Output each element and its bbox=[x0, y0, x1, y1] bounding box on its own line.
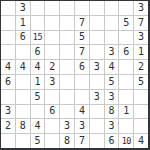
cell-r7c2-empty[interactable] bbox=[16, 90, 30, 104]
cell-r6c10-given: 5 bbox=[134, 75, 148, 89]
cell-r7c5-empty[interactable] bbox=[60, 90, 74, 104]
cell-r2c4-empty[interactable] bbox=[45, 16, 59, 30]
cell-r8c3-empty[interactable] bbox=[31, 105, 45, 119]
cell-r2c9-given: 5 bbox=[119, 16, 133, 30]
cell-r5c8-given: 4 bbox=[105, 60, 119, 74]
cell-r6c9-empty[interactable] bbox=[119, 75, 133, 89]
cell-r3c4-empty[interactable] bbox=[45, 31, 59, 45]
cell-r3c10-given: 3 bbox=[134, 31, 148, 45]
cell-r5c10-given: 2 bbox=[134, 60, 148, 74]
cell-r1c5-empty[interactable] bbox=[60, 1, 74, 15]
cell-r5c5-empty[interactable] bbox=[60, 60, 74, 74]
cell-r3c1-empty[interactable] bbox=[1, 31, 15, 45]
cell-r10c1-empty[interactable] bbox=[1, 134, 15, 148]
cell-r5c1-given: 4 bbox=[1, 60, 15, 74]
cell-r4c5-empty[interactable] bbox=[60, 45, 74, 59]
cell-r2c10-given: 7 bbox=[134, 16, 148, 30]
cell-r5c9-empty[interactable] bbox=[119, 60, 133, 74]
cell-r3c7-empty[interactable] bbox=[90, 31, 104, 45]
cell-r2c8-empty[interactable] bbox=[105, 16, 119, 30]
cell-r3c2-given: 6 bbox=[16, 31, 30, 45]
cell-r10c6-given: 7 bbox=[75, 134, 89, 148]
cell-r7c7-given: 3 bbox=[90, 90, 104, 104]
cell-r9c7-empty[interactable] bbox=[90, 119, 104, 133]
cell-r4c1-empty[interactable] bbox=[1, 45, 15, 59]
cell-r9c9-empty[interactable] bbox=[119, 119, 133, 133]
cell-r8c10-empty[interactable] bbox=[134, 105, 148, 119]
cell-r6c1-given: 6 bbox=[1, 75, 15, 89]
cell-r2c5-empty[interactable] bbox=[60, 16, 74, 30]
cell-r6c2-empty[interactable] bbox=[16, 75, 30, 89]
cell-r7c4-empty[interactable] bbox=[45, 90, 59, 104]
cell-r8c5-empty[interactable] bbox=[60, 105, 74, 119]
cell-r9c2-given: 8 bbox=[16, 119, 30, 133]
cell-r4c6-given: 7 bbox=[75, 45, 89, 59]
cell-r4c3-given: 6 bbox=[31, 45, 45, 59]
cell-r8c7-empty[interactable] bbox=[90, 105, 104, 119]
cell-r10c2-empty[interactable] bbox=[16, 134, 30, 148]
cell-r5c4-given: 2 bbox=[45, 60, 59, 74]
cell-r2c2-given: 1 bbox=[16, 16, 30, 30]
cell-r8c2-empty[interactable] bbox=[16, 105, 30, 119]
cell-r10c10-given: 4 bbox=[134, 134, 148, 148]
cell-r4c7-empty[interactable] bbox=[90, 45, 104, 59]
cell-r4c10-given: 1 bbox=[134, 45, 148, 59]
cell-r9c5-given: 3 bbox=[60, 119, 74, 133]
cell-r1c6-empty[interactable] bbox=[75, 1, 89, 15]
cell-r6c4-given: 3 bbox=[45, 75, 59, 89]
cell-r8c8-given: 8 bbox=[105, 105, 119, 119]
cell-r8c6-given: 4 bbox=[75, 105, 89, 119]
cell-r5c7-given: 3 bbox=[90, 60, 104, 74]
cell-r6c5-empty[interactable] bbox=[60, 75, 74, 89]
cell-r5c2-given: 4 bbox=[16, 60, 30, 74]
cell-r2c6-given: 7 bbox=[75, 16, 89, 30]
cell-r1c3-empty[interactable] bbox=[31, 1, 45, 15]
cell-r10c4-empty[interactable] bbox=[45, 134, 59, 148]
cell-r1c4-empty[interactable] bbox=[45, 1, 59, 15]
cell-r9c3-given: 4 bbox=[31, 119, 45, 133]
cell-r1c1-empty[interactable] bbox=[1, 1, 15, 15]
cell-r9c8-given: 3 bbox=[105, 119, 119, 133]
cell-r9c6-given: 3 bbox=[75, 119, 89, 133]
cell-r2c7-empty[interactable] bbox=[90, 16, 104, 30]
cell-r3c8-empty[interactable] bbox=[105, 31, 119, 45]
cell-r9c1-given: 2 bbox=[1, 119, 15, 133]
cell-r5c6-given: 6 bbox=[75, 60, 89, 74]
cell-r6c8-given: 5 bbox=[105, 75, 119, 89]
cell-r5c3-given: 4 bbox=[31, 60, 45, 74]
cell-r7c8-given: 3 bbox=[105, 90, 119, 104]
cell-r1c9-empty[interactable] bbox=[119, 1, 133, 15]
cell-r10c5-given: 8 bbox=[60, 134, 74, 148]
cell-r7c1-empty[interactable] bbox=[1, 90, 15, 104]
cell-r8c1-given: 3 bbox=[1, 105, 15, 119]
cell-r4c2-empty[interactable] bbox=[16, 45, 30, 59]
cell-r3c9-empty[interactable] bbox=[119, 31, 133, 45]
cell-r6c6-empty[interactable] bbox=[75, 75, 89, 89]
cell-r4c4-empty[interactable] bbox=[45, 45, 59, 59]
fillomino-board: 3317576155367361444263426135553336481284… bbox=[0, 0, 150, 150]
cell-r10c9-given: 10 bbox=[119, 134, 133, 148]
cell-r10c7-empty[interactable] bbox=[90, 134, 104, 148]
cell-r9c10-empty[interactable] bbox=[134, 119, 148, 133]
cell-r7c9-empty[interactable] bbox=[119, 90, 133, 104]
cell-r1c10-given: 3 bbox=[134, 1, 148, 15]
cell-r7c3-given: 5 bbox=[31, 90, 45, 104]
cell-r3c5-empty[interactable] bbox=[60, 31, 74, 45]
cell-r3c6-given: 5 bbox=[75, 31, 89, 45]
cell-r7c10-empty[interactable] bbox=[134, 90, 148, 104]
cell-r8c4-given: 6 bbox=[45, 105, 59, 119]
cell-r10c8-given: 6 bbox=[105, 134, 119, 148]
cell-r8c9-given: 1 bbox=[119, 105, 133, 119]
cell-r1c8-empty[interactable] bbox=[105, 1, 119, 15]
cell-r6c3-given: 1 bbox=[31, 75, 45, 89]
cell-r1c2-given: 3 bbox=[16, 1, 30, 15]
cell-r9c4-empty[interactable] bbox=[45, 119, 59, 133]
cell-r4c8-given: 3 bbox=[105, 45, 119, 59]
cell-r6c7-empty[interactable] bbox=[90, 75, 104, 89]
cell-r3c3-given: 15 bbox=[31, 31, 45, 45]
cell-r1c7-empty[interactable] bbox=[90, 1, 104, 15]
cell-r2c3-empty[interactable] bbox=[31, 16, 45, 30]
cell-r10c3-given: 5 bbox=[31, 134, 45, 148]
cell-r4c9-given: 6 bbox=[119, 45, 133, 59]
cell-r2c1-empty[interactable] bbox=[1, 16, 15, 30]
cell-r7c6-empty[interactable] bbox=[75, 90, 89, 104]
